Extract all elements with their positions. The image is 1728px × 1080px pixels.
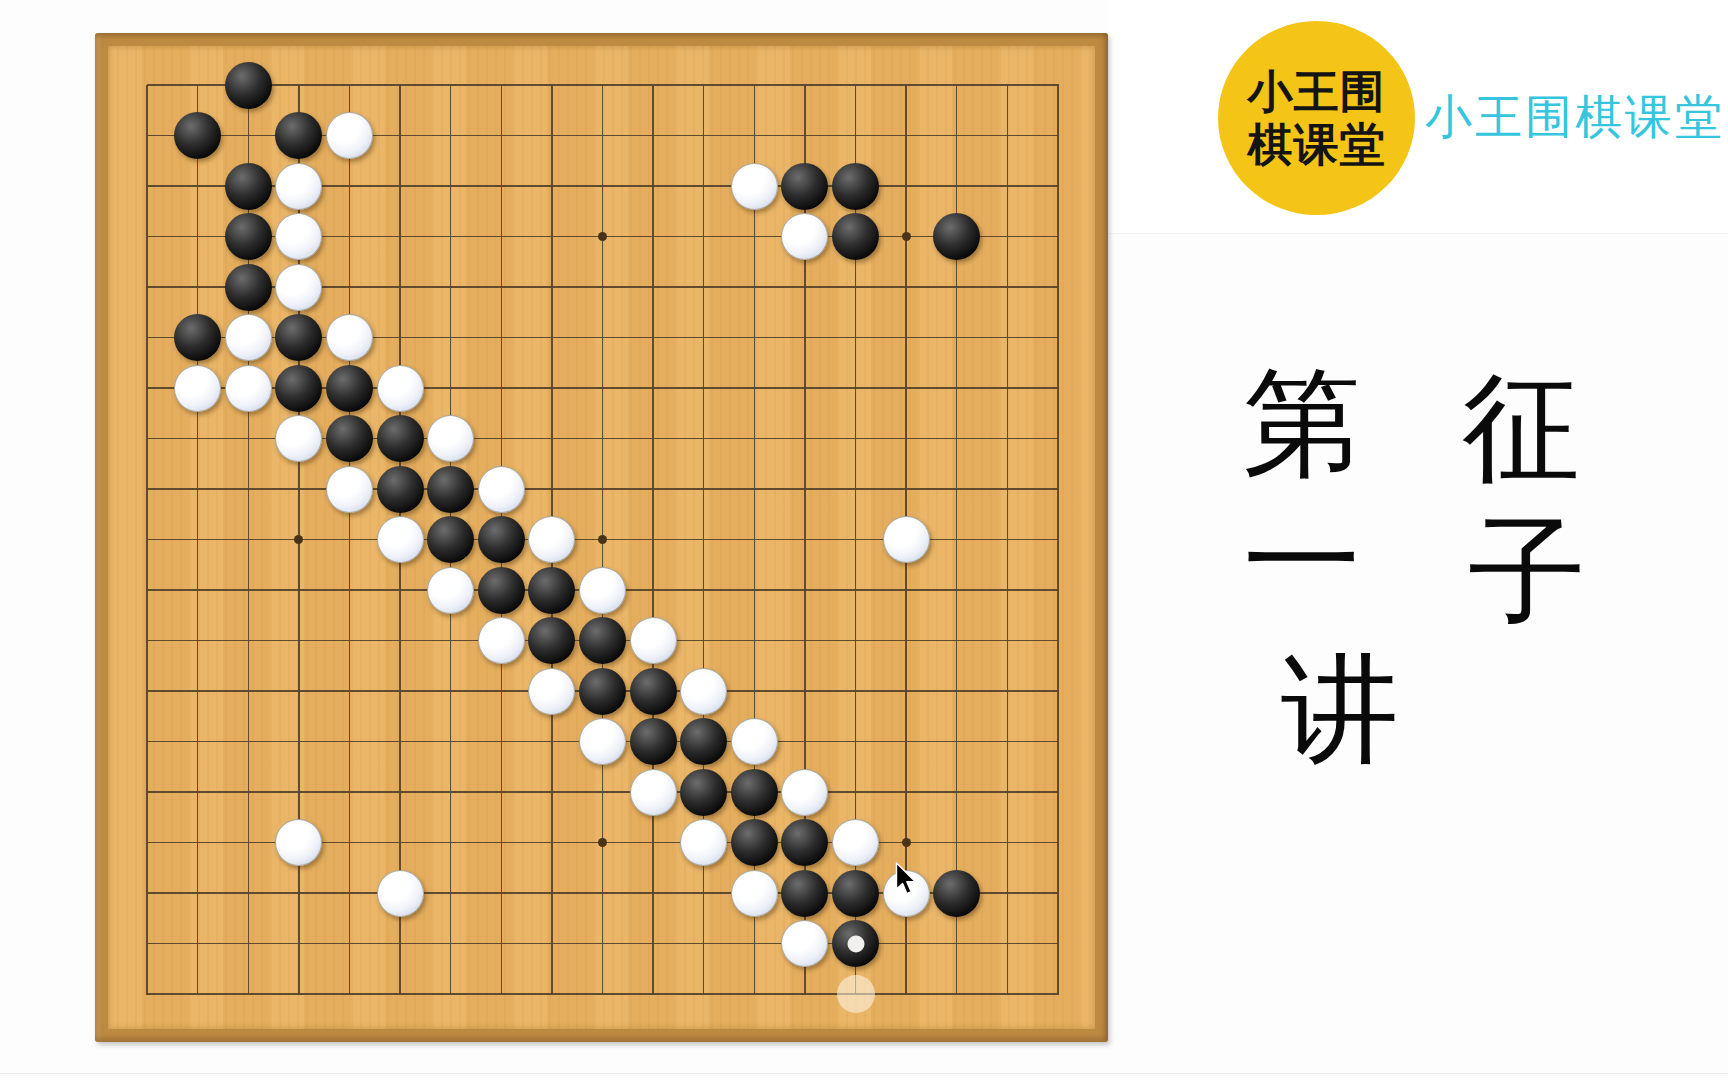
lesson-char-di: 第 xyxy=(1243,364,1361,486)
go-board xyxy=(95,33,1108,1042)
black-stone[interactable] xyxy=(377,415,424,462)
black-stone[interactable] xyxy=(731,819,778,866)
logo-text-line1: 小王围 xyxy=(1248,65,1386,118)
black-stone[interactable] xyxy=(326,365,373,412)
black-stone[interactable] xyxy=(781,870,828,917)
lesson-char-yi: 一 xyxy=(1243,502,1361,624)
white-stone[interactable] xyxy=(680,668,727,715)
grid-line-vertical xyxy=(1007,85,1008,995)
lesson-char-zi: 子 xyxy=(1468,512,1586,634)
black-stone[interactable] xyxy=(275,112,322,159)
white-stone[interactable] xyxy=(478,466,525,513)
white-stone[interactable] xyxy=(427,567,474,614)
black-stone[interactable] xyxy=(275,314,322,361)
white-stone[interactable] xyxy=(377,516,424,563)
channel-title: 小王围棋课堂 xyxy=(1425,86,1725,149)
black-stone[interactable] xyxy=(528,567,575,614)
white-stone[interactable] xyxy=(680,819,727,866)
white-stone[interactable] xyxy=(275,163,322,210)
logo-text-line2: 棋课堂 xyxy=(1248,118,1386,171)
white-stone[interactable] xyxy=(630,617,677,664)
white-stone[interactable] xyxy=(326,466,373,513)
black-stone[interactable] xyxy=(174,314,221,361)
white-stone[interactable] xyxy=(326,314,373,361)
white-stone[interactable] xyxy=(781,769,828,816)
white-stone[interactable] xyxy=(731,870,778,917)
black-stone[interactable] xyxy=(427,516,474,563)
black-stone[interactable] xyxy=(680,718,727,765)
black-stone[interactable] xyxy=(225,213,272,260)
grid-line-vertical xyxy=(349,85,350,995)
grid-line-horizontal xyxy=(147,791,1059,792)
black-stone[interactable] xyxy=(933,213,980,260)
star-point xyxy=(902,838,911,847)
black-stone[interactable] xyxy=(680,769,727,816)
black-stone[interactable] xyxy=(427,466,474,513)
black-stone[interactable] xyxy=(478,516,525,563)
white-stone[interactable] xyxy=(478,617,525,664)
black-stone[interactable] xyxy=(832,920,879,967)
black-stone[interactable] xyxy=(630,668,677,715)
white-stone[interactable] xyxy=(326,112,373,159)
white-stone[interactable] xyxy=(377,365,424,412)
white-stone[interactable] xyxy=(275,213,322,260)
black-stone[interactable] xyxy=(781,819,828,866)
black-stone[interactable] xyxy=(528,617,575,664)
white-stone[interactable] xyxy=(377,870,424,917)
grid-line-vertical xyxy=(146,85,147,995)
go-board-grid[interactable] xyxy=(108,46,1095,1029)
white-stone[interactable] xyxy=(528,516,575,563)
black-stone[interactable] xyxy=(377,466,424,513)
lesson-char-jiang: 讲 xyxy=(1281,650,1399,772)
white-stone[interactable] xyxy=(579,718,626,765)
grid-line-vertical xyxy=(652,85,653,995)
star-point xyxy=(598,232,607,241)
white-stone[interactable] xyxy=(275,415,322,462)
black-stone[interactable] xyxy=(832,163,879,210)
white-stone[interactable] xyxy=(781,920,828,967)
white-stone[interactable] xyxy=(174,365,221,412)
grid-line-horizontal xyxy=(147,993,1059,994)
black-stone[interactable] xyxy=(933,870,980,917)
white-stone[interactable] xyxy=(225,314,272,361)
black-stone[interactable] xyxy=(579,668,626,715)
black-stone[interactable] xyxy=(275,365,322,412)
white-stone[interactable] xyxy=(883,516,930,563)
white-stone[interactable] xyxy=(731,718,778,765)
black-stone[interactable] xyxy=(832,213,879,260)
white-stone[interactable] xyxy=(630,769,677,816)
grid-line-vertical xyxy=(197,85,198,995)
black-stone[interactable] xyxy=(832,870,879,917)
black-stone[interactable] xyxy=(478,567,525,614)
white-stone[interactable] xyxy=(275,819,322,866)
white-stone[interactable] xyxy=(579,567,626,614)
black-stone[interactable] xyxy=(225,163,272,210)
black-stone[interactable] xyxy=(630,718,677,765)
white-stone[interactable] xyxy=(832,819,879,866)
white-stone[interactable] xyxy=(731,163,778,210)
white-stone[interactable] xyxy=(781,213,828,260)
last-move-marker xyxy=(847,935,864,952)
black-stone[interactable] xyxy=(326,415,373,462)
mouse-cursor-icon xyxy=(895,862,917,896)
black-stone[interactable] xyxy=(781,163,828,210)
lesson-char-zheng: 征 xyxy=(1462,368,1580,490)
hover-preview-stone[interactable] xyxy=(837,975,875,1013)
black-stone[interactable] xyxy=(731,769,778,816)
star-point xyxy=(598,535,607,544)
grid-line-vertical xyxy=(1057,85,1058,995)
white-stone[interactable] xyxy=(225,365,272,412)
grid-line-horizontal xyxy=(147,943,1059,944)
black-stone[interactable] xyxy=(225,264,272,311)
black-stone[interactable] xyxy=(225,62,272,109)
grid-line-horizontal xyxy=(147,84,1059,85)
white-stone[interactable] xyxy=(528,668,575,715)
black-stone[interactable] xyxy=(174,112,221,159)
grid-line-horizontal xyxy=(147,488,1059,489)
star-point xyxy=(294,535,303,544)
white-stone[interactable] xyxy=(275,264,322,311)
star-point xyxy=(902,232,911,241)
white-stone[interactable] xyxy=(427,415,474,462)
star-point xyxy=(598,838,607,847)
video-frame-edge xyxy=(0,1073,1728,1074)
black-stone[interactable] xyxy=(579,617,626,664)
channel-logo: 小王围 棋课堂 xyxy=(1218,21,1415,215)
